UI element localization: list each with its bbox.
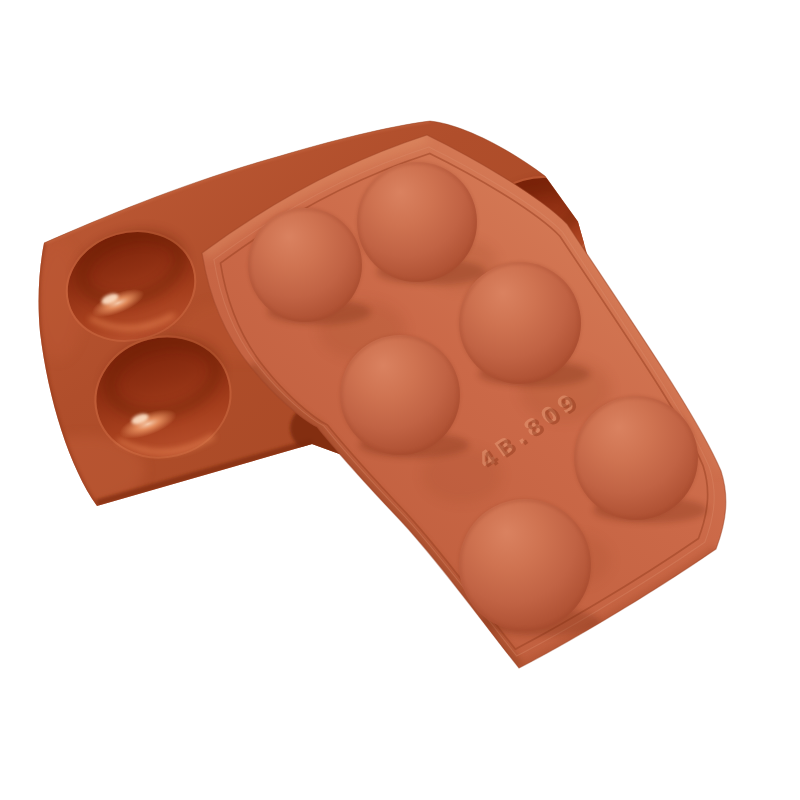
molds-illustration: 4B.809 4B.809 (0, 0, 800, 800)
product-photo: 4B.809 4B.809 (0, 0, 800, 800)
